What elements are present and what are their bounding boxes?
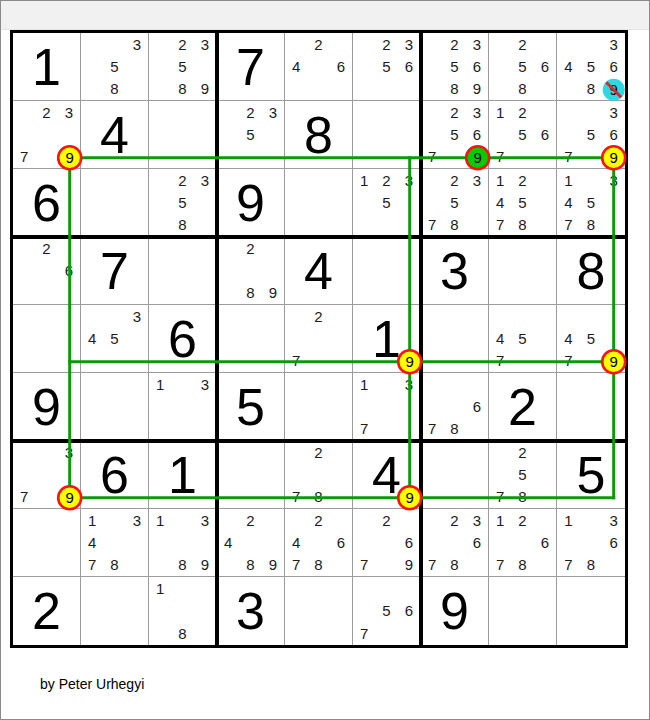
cell-candidates: 18 — [149, 577, 216, 645]
box-divider-vertical-2 — [419, 30, 423, 648]
candidate-7: 7 — [489, 146, 511, 168]
candidate-5: 5 — [511, 463, 533, 485]
cell-candidates — [285, 373, 352, 440]
cell-candidates: 13478 — [81, 509, 148, 576]
cell-candidates: 35679 — [557, 101, 625, 168]
cell-candidates: 4579 — [557, 305, 625, 372]
candidate-6: 6 — [466, 395, 488, 417]
cell-r7c3[interactable]: 1 — [149, 441, 217, 509]
candidate-9: 9 — [58, 486, 80, 508]
cell-candidates: 358 — [81, 33, 148, 100]
cell-candidates — [217, 441, 284, 508]
candidate-7: 7 — [421, 146, 443, 168]
cell-r3c8[interactable]: 124578 — [489, 169, 557, 237]
candidate-9: 9 — [466, 146, 488, 168]
cell-r8c9[interactable]: 13678 — [557, 509, 625, 577]
candidate-5: 5 — [511, 123, 533, 145]
cell-r1c8[interactable]: 2568 — [489, 33, 557, 101]
cell-r8c5[interactable]: 24678 — [285, 509, 353, 577]
cell-r7c7[interactable] — [421, 441, 489, 509]
cell-value: 4 — [285, 237, 352, 304]
candidate-3: 3 — [126, 33, 148, 55]
candidate-1: 1 — [353, 373, 375, 395]
candidate-2: 2 — [443, 101, 465, 123]
cell-candidates — [149, 101, 216, 168]
cell-r9c7[interactable]: 9 — [421, 577, 489, 645]
cell-candidates: 567 — [353, 577, 420, 645]
cell-r7c1[interactable]: 379 — [13, 441, 81, 509]
candidate-6: 6 — [534, 531, 556, 553]
cell-candidates: 2568 — [489, 33, 556, 100]
cell-r1c7[interactable]: 235689 — [421, 33, 489, 101]
cell-candidates — [557, 373, 625, 440]
candidate-8: 8 — [171, 78, 193, 100]
cell-r6c5[interactable] — [285, 373, 353, 441]
cell-candidates: 1235 — [353, 169, 420, 236]
candidate-1: 1 — [149, 577, 171, 600]
cell-candidates — [489, 577, 556, 645]
cell-candidates — [353, 237, 420, 304]
cell-candidates: 1389 — [149, 509, 216, 576]
candidate-5: 5 — [443, 55, 465, 77]
candidate-3: 3 — [58, 441, 80, 463]
cell-value: 7 — [81, 237, 148, 304]
candidate-6: 6 — [58, 259, 80, 281]
candidate-2: 2 — [511, 509, 533, 531]
candidate-6: 6 — [398, 55, 420, 77]
cell-r4c9[interactable]: 8 — [557, 237, 625, 305]
candidate-6: 6 — [602, 123, 625, 145]
candidate-5: 5 — [443, 191, 465, 213]
box-divider-horizontal-2 — [10, 439, 628, 443]
candidate-6: 6 — [398, 600, 420, 623]
cell-candidates — [149, 237, 216, 304]
cell-candidates: 12567 — [489, 101, 556, 168]
candidate-7: 7 — [489, 350, 511, 372]
candidate-1: 1 — [557, 169, 580, 191]
candidate-2: 2 — [375, 509, 397, 531]
cell-r2c1[interactable]: 2379 — [13, 101, 81, 169]
cell-r4c1[interactable]: 26 — [13, 237, 81, 305]
cell-r5c9[interactable]: 4579 — [557, 305, 625, 373]
candidate-8: 8 — [511, 486, 533, 508]
cell-candidates: 278 — [285, 441, 352, 508]
cell-candidates: 24678 — [285, 509, 352, 576]
cell-value: 7 — [217, 33, 284, 100]
candidate-1: 1 — [489, 101, 511, 123]
candidate-2: 2 — [443, 169, 465, 191]
cell-r8c3[interactable]: 1389 — [149, 509, 217, 577]
candidate-7: 7 — [489, 554, 511, 576]
box-divider-vertical-1 — [215, 30, 219, 648]
cell-candidates: 23678 — [421, 509, 488, 576]
candidate-5: 5 — [239, 123, 261, 145]
candidate-2: 2 — [171, 169, 193, 191]
cell-candidates: 2679 — [353, 509, 420, 576]
candidate-3: 3 — [602, 101, 625, 123]
cell-value: 5 — [217, 373, 284, 440]
cell-r8c7[interactable]: 23678 — [421, 509, 489, 577]
cell-r3c9[interactable]: 134578 — [557, 169, 625, 237]
candidate-5: 5 — [580, 327, 603, 349]
candidate-2: 2 — [511, 169, 533, 191]
candidate-8: 8 — [171, 554, 193, 576]
candidate-8: 8 — [307, 554, 329, 576]
cell-r7c5[interactable]: 278 — [285, 441, 353, 509]
candidate-2: 2 — [171, 33, 193, 55]
cell-r6c1[interactable]: 9 — [13, 373, 81, 441]
candidate-3: 3 — [466, 169, 488, 191]
toolbar-area — [1, 1, 649, 30]
cell-r5c7[interactable] — [421, 305, 489, 373]
cell-candidates — [13, 305, 80, 372]
candidate-5: 5 — [511, 55, 533, 77]
candidate-2: 2 — [239, 509, 261, 531]
candidate-2: 2 — [35, 101, 57, 123]
cell-r5c3[interactable]: 6 — [149, 305, 217, 373]
candidate-1: 1 — [149, 373, 171, 395]
cell-r4c8[interactable] — [489, 237, 557, 305]
candidate-3: 3 — [466, 509, 488, 531]
candidate-8: 8 — [307, 486, 329, 508]
cell-r6c8[interactable]: 2 — [489, 373, 557, 441]
candidate-3: 3 — [398, 373, 420, 395]
cell-r3c5[interactable] — [285, 169, 353, 237]
candidate-8: 8 — [103, 78, 125, 100]
cell-candidates: 23578 — [421, 169, 488, 236]
cell-r3c6[interactable]: 1235 — [353, 169, 421, 237]
candidate-8: 8 — [511, 554, 533, 576]
cell-value: 6 — [149, 305, 216, 372]
cell-r6c6[interactable]: 137 — [353, 373, 421, 441]
candidate-2: 2 — [511, 33, 533, 55]
candidate-6: 6 — [398, 531, 420, 553]
cell-r8c4[interactable]: 2489 — [217, 509, 285, 577]
candidate-9: 9 — [602, 350, 625, 372]
cell-r6c4[interactable]: 5 — [217, 373, 285, 441]
cell-candidates: 137 — [353, 373, 420, 440]
candidate-1: 1 — [557, 509, 580, 531]
cell-candidates: 235679 — [421, 101, 488, 168]
candidate-4: 4 — [81, 531, 103, 553]
candidate-4: 4 — [557, 327, 580, 349]
cell-r9c5[interactable] — [285, 577, 353, 645]
cell-r4c5[interactable]: 4 — [285, 237, 353, 305]
candidate-8: 8 — [511, 78, 533, 100]
candidate-7: 7 — [557, 350, 580, 372]
cell-r6c9[interactable] — [557, 373, 625, 441]
candidate-2: 2 — [443, 33, 465, 55]
cell-r1c4[interactable]: 7 — [217, 33, 285, 101]
cell-candidates — [81, 373, 148, 440]
cell-candidates: 379 — [13, 441, 80, 508]
candidate-3: 3 — [194, 509, 216, 531]
candidate-7: 7 — [81, 554, 103, 576]
candidate-3: 3 — [398, 169, 420, 191]
cell-r1c6[interactable]: 2356 — [353, 33, 421, 101]
cell-candidates — [217, 305, 284, 372]
cell-r8c8[interactable]: 12678 — [489, 509, 557, 577]
candidate-5: 5 — [171, 55, 193, 77]
candidate-7: 7 — [489, 486, 511, 508]
cell-value: 6 — [81, 441, 148, 508]
candidate-7: 7 — [557, 554, 580, 576]
candidate-8: 8 — [443, 78, 465, 100]
cell-r4c6[interactable] — [353, 237, 421, 305]
cell-r7c4[interactable] — [217, 441, 285, 509]
candidate-6: 6 — [330, 531, 352, 553]
sudoku-board: 1358235897246235623568925683456892379423… — [10, 30, 628, 648]
candidate-7: 7 — [421, 418, 443, 440]
candidate-5: 5 — [103, 55, 125, 77]
cell-r1c9[interactable]: 345689 — [557, 33, 625, 101]
cell-r2c9[interactable]: 35679 — [557, 101, 625, 169]
candidate-5: 5 — [375, 191, 397, 213]
cell-r7c8[interactable]: 2578 — [489, 441, 557, 509]
cell-r9c3[interactable]: 18 — [149, 577, 217, 645]
candidate-2: 2 — [307, 305, 329, 327]
candidate-7: 7 — [557, 146, 580, 168]
candidate-7: 7 — [13, 146, 35, 168]
candidate-4: 4 — [557, 191, 580, 213]
candidate-3: 3 — [194, 373, 216, 395]
candidate-9: 9 — [194, 554, 216, 576]
candidate-3: 3 — [466, 101, 488, 123]
cell-candidates: 13 — [149, 373, 216, 440]
cell-r9c1[interactable]: 2 — [13, 577, 81, 645]
candidate-2: 2 — [511, 101, 533, 123]
candidate-8: 8 — [580, 554, 603, 576]
cell-candidates: 246 — [285, 33, 352, 100]
cell-candidates: 235689 — [421, 33, 488, 100]
candidate-2: 2 — [375, 169, 397, 191]
candidate-1: 1 — [149, 509, 171, 531]
cell-candidates: 289 — [217, 237, 284, 304]
candidate-2: 2 — [307, 441, 329, 463]
candidate-6: 6 — [330, 55, 352, 77]
cell-r4c4[interactable]: 289 — [217, 237, 285, 305]
candidate-9: 9 — [262, 554, 284, 576]
cell-candidates: 12678 — [489, 509, 556, 576]
cell-candidates: 345689 — [557, 33, 625, 100]
candidate-7: 7 — [421, 214, 443, 236]
candidate-8: 8 — [443, 214, 465, 236]
cell-r5c4[interactable] — [217, 305, 285, 373]
sudoku-board-cells: 1358235897246235623568925683456892379423… — [13, 33, 625, 645]
cell-r9c6[interactable]: 567 — [353, 577, 421, 645]
candidate-6: 6 — [602, 531, 625, 553]
candidate-4: 4 — [557, 55, 580, 77]
candidate-7: 7 — [13, 486, 35, 508]
candidate-5: 5 — [511, 191, 533, 213]
cell-candidates: 345 — [81, 305, 148, 372]
candidate-4: 4 — [285, 531, 307, 553]
cell-r3c3[interactable]: 2358 — [149, 169, 217, 237]
candidate-8: 8 — [511, 214, 533, 236]
candidate-9: 9 — [602, 146, 625, 168]
candidate-5: 5 — [580, 123, 603, 145]
cell-r5c8[interactable]: 457 — [489, 305, 557, 373]
candidate-1: 1 — [353, 169, 375, 191]
candidate-8: 8 — [580, 78, 603, 100]
cell-candidates — [13, 509, 80, 576]
candidate-8: 8 — [580, 214, 603, 236]
cell-candidates: 235 — [217, 101, 284, 168]
puzzle-credit: by Peter Urhegyi — [40, 676, 144, 692]
cell-value: 9 — [13, 373, 80, 440]
cell-r2c8[interactable]: 12567 — [489, 101, 557, 169]
cell-r5c5[interactable]: 27 — [285, 305, 353, 373]
candidate-7: 7 — [285, 554, 307, 576]
cell-r1c3[interactable]: 23589 — [149, 33, 217, 101]
candidate-5: 5 — [171, 191, 193, 213]
candidate-3: 3 — [466, 33, 488, 55]
candidate-2: 2 — [443, 509, 465, 531]
cell-r9c2[interactable] — [81, 577, 149, 645]
candidate-8: 8 — [443, 418, 465, 440]
cell-r2c7[interactable]: 235679 — [421, 101, 489, 169]
candidate-4: 4 — [285, 55, 307, 77]
cell-value — [557, 577, 625, 645]
cell-candidates — [285, 577, 352, 645]
cell-r7c9[interactable]: 5 — [557, 441, 625, 509]
candidate-2: 2 — [307, 33, 329, 55]
cell-value: 9 — [421, 577, 488, 645]
box-divider-horizontal-1 — [10, 235, 628, 239]
cell-value: 8 — [285, 101, 352, 168]
cell-r5c6[interactable]: 1 — [353, 305, 421, 373]
cell-r3c7[interactable]: 23578 — [421, 169, 489, 237]
cell-value: 5 — [557, 441, 625, 508]
candidate-4: 4 — [81, 327, 103, 349]
cell-value: 1 — [353, 305, 420, 372]
candidate-7: 7 — [421, 554, 443, 576]
cell-value: 4 — [81, 101, 148, 168]
cell-candidates: 23589 — [149, 33, 216, 100]
candidate-3: 3 — [126, 305, 148, 327]
cell-r8c6[interactable]: 2679 — [353, 509, 421, 577]
cell-r1c2[interactable]: 358 — [81, 33, 149, 101]
cell-candidates: 2379 — [13, 101, 80, 168]
candidate-6: 6 — [602, 55, 625, 77]
cell-value: 4 — [353, 441, 420, 508]
candidate-3: 3 — [126, 509, 148, 531]
cell-r4c3[interactable] — [149, 237, 217, 305]
cell-value: 2 — [489, 373, 556, 440]
candidate-8: 8 — [443, 554, 465, 576]
cell-r9c8[interactable] — [489, 577, 557, 645]
cell-r3c2[interactable] — [81, 169, 149, 237]
cell-candidates — [285, 169, 352, 236]
candidate-7: 7 — [353, 418, 375, 440]
cell-value: 3 — [217, 577, 284, 645]
cell-r4c7[interactable]: 3 — [421, 237, 489, 305]
candidate-6: 6 — [534, 123, 556, 145]
candidate-9: 9 — [58, 146, 80, 168]
cell-candidates — [353, 101, 420, 168]
candidate-3: 3 — [262, 101, 284, 123]
candidate-2: 2 — [239, 237, 261, 259]
cell-candidates: 2578 — [489, 441, 556, 508]
cell-candidates: 2358 — [149, 169, 216, 236]
candidate-5: 5 — [580, 55, 603, 77]
candidate-6: 6 — [466, 55, 488, 77]
cell-r5c1[interactable] — [13, 305, 81, 373]
candidate-4: 4 — [489, 191, 511, 213]
candidate-3: 3 — [398, 33, 420, 55]
cell-r8c1[interactable] — [13, 509, 81, 577]
cell-r7c6[interactable]: 4 — [353, 441, 421, 509]
cell-r6c2[interactable] — [81, 373, 149, 441]
candidate-6: 6 — [466, 531, 488, 553]
cell-r2c5[interactable]: 8 — [285, 101, 353, 169]
candidate-3: 3 — [194, 169, 216, 191]
cell-value: 8 — [557, 237, 625, 304]
cell-r7c2[interactable]: 6 — [81, 441, 149, 509]
cell-candidates: 2489 — [217, 509, 284, 576]
cell-candidates — [81, 169, 148, 236]
cell-r2c4[interactable]: 235 — [217, 101, 285, 169]
cell-r3c4[interactable]: 9 — [217, 169, 285, 237]
cell-r2c6[interactable] — [353, 101, 421, 169]
cell-value: 6 — [13, 169, 80, 236]
candidate-7: 7 — [489, 214, 511, 236]
cell-value: 1 — [149, 441, 216, 508]
candidate-2: 2 — [511, 441, 533, 463]
candidate-1: 1 — [489, 169, 511, 191]
cell-r9c9[interactable] — [557, 577, 625, 645]
cell-r2c2[interactable]: 4 — [81, 101, 149, 169]
candidate-1: 1 — [81, 509, 103, 531]
cell-candidates — [421, 305, 488, 372]
cell-candidates: 134578 — [557, 169, 625, 236]
cell-r6c7[interactable]: 678 — [421, 373, 489, 441]
cell-candidates: 2356 — [353, 33, 420, 100]
cell-candidates — [489, 237, 556, 304]
candidate-9: 9 — [602, 78, 625, 100]
candidate-2: 2 — [375, 33, 397, 55]
candidate-3: 3 — [58, 101, 80, 123]
candidate-7: 7 — [353, 554, 375, 576]
cell-r1c5[interactable]: 246 — [285, 33, 353, 101]
cell-r4c2[interactable]: 7 — [81, 237, 149, 305]
candidate-2: 2 — [239, 101, 261, 123]
candidate-4: 4 — [217, 531, 239, 553]
candidate-8: 8 — [103, 554, 125, 576]
candidate-7: 7 — [353, 622, 375, 645]
candidate-6: 6 — [466, 123, 488, 145]
cell-r5c2[interactable]: 345 — [81, 305, 149, 373]
cell-candidates: 678 — [421, 373, 488, 440]
candidate-5: 5 — [103, 327, 125, 349]
cell-r3c1[interactable]: 6 — [13, 169, 81, 237]
candidate-8: 8 — [171, 214, 193, 236]
candidate-8: 8 — [171, 622, 193, 645]
candidate-3: 3 — [602, 169, 625, 191]
cell-r9c4[interactable]: 3 — [217, 577, 285, 645]
candidate-3: 3 — [602, 33, 625, 55]
candidate-7: 7 — [285, 350, 307, 372]
cell-r1c1[interactable]: 1 — [13, 33, 81, 101]
candidate-5: 5 — [375, 55, 397, 77]
cell-r8c2[interactable]: 13478 — [81, 509, 149, 577]
cell-candidates: 457 — [489, 305, 556, 372]
cell-r6c3[interactable]: 13 — [149, 373, 217, 441]
candidate-3: 3 — [194, 33, 216, 55]
cell-r2c3[interactable] — [149, 101, 217, 169]
candidate-9: 9 — [466, 78, 488, 100]
candidate-2: 2 — [35, 237, 57, 259]
